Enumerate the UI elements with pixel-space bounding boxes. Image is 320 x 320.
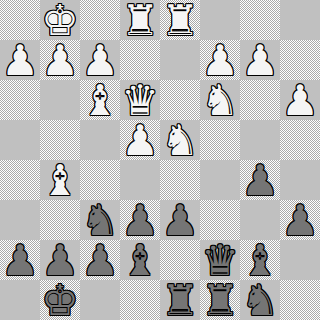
square-c3[interactable]: ♞ (200, 80, 240, 120)
black-pawn-piece[interactable]: ♟ (281, 200, 319, 242)
square-f3[interactable]: ♝ (80, 80, 120, 120)
square-d2[interactable] (160, 40, 200, 80)
square-f1[interactable] (80, 0, 120, 40)
square-e7[interactable]: ♝ (120, 240, 160, 280)
square-e5[interactable] (120, 160, 160, 200)
chess-board-window: ♚♜♜♟♟♟♟♟♝♛♞♟♟♞♝♟♞♟♟♟♟♟♟♝♛♝♚♜♜♞ (0, 0, 320, 320)
black-pawn-piece[interactable]: ♟ (81, 240, 119, 282)
square-e1[interactable]: ♜ (120, 0, 160, 40)
square-g2[interactable]: ♟ (40, 40, 80, 80)
chess-board: ♚♜♜♟♟♟♟♟♝♛♞♟♟♞♝♟♞♟♟♟♟♟♟♝♛♝♚♜♜♞ (0, 0, 320, 320)
square-f6[interactable]: ♞ (80, 200, 120, 240)
square-b3[interactable] (240, 80, 280, 120)
square-g4[interactable] (40, 120, 80, 160)
square-c2[interactable]: ♟ (200, 40, 240, 80)
square-g1[interactable]: ♚ (40, 0, 80, 40)
square-a8[interactable] (280, 280, 320, 320)
square-f2[interactable]: ♟ (80, 40, 120, 80)
square-a7[interactable] (280, 240, 320, 280)
white-knight-piece[interactable]: ♞ (201, 80, 239, 122)
square-h5[interactable] (0, 160, 40, 200)
square-e8[interactable] (120, 280, 160, 320)
square-a1[interactable] (280, 0, 320, 40)
square-d8[interactable]: ♜ (160, 280, 200, 320)
square-b2[interactable]: ♟ (240, 40, 280, 80)
square-d6[interactable]: ♟ (160, 200, 200, 240)
black-rook-piece[interactable]: ♜ (161, 280, 199, 320)
white-rook-piece[interactable]: ♜ (121, 0, 159, 42)
black-knight-piece[interactable]: ♞ (241, 280, 279, 320)
square-c8[interactable]: ♜ (200, 280, 240, 320)
black-pawn-piece[interactable]: ♟ (1, 240, 39, 282)
square-b4[interactable] (240, 120, 280, 160)
white-bishop-piece[interactable]: ♝ (81, 80, 119, 122)
white-pawn-piece[interactable]: ♟ (1, 40, 39, 82)
square-a2[interactable] (280, 40, 320, 80)
square-d5[interactable] (160, 160, 200, 200)
white-pawn-piece[interactable]: ♟ (41, 40, 79, 82)
square-b7[interactable]: ♝ (240, 240, 280, 280)
black-bishop-piece[interactable]: ♝ (121, 240, 159, 282)
white-pawn-piece[interactable]: ♟ (121, 120, 159, 162)
square-e6[interactable]: ♟ (120, 200, 160, 240)
white-pawn-piece[interactable]: ♟ (281, 80, 319, 122)
white-pawn-piece[interactable]: ♟ (241, 40, 279, 82)
square-d4[interactable]: ♞ (160, 120, 200, 160)
square-b6[interactable] (240, 200, 280, 240)
square-f5[interactable] (80, 160, 120, 200)
square-c7[interactable]: ♛ (200, 240, 240, 280)
black-king-piece[interactable]: ♚ (41, 280, 79, 320)
square-d3[interactable] (160, 80, 200, 120)
white-bishop-piece[interactable]: ♝ (41, 160, 79, 202)
square-h7[interactable]: ♟ (0, 240, 40, 280)
square-h1[interactable] (0, 0, 40, 40)
black-rook-piece[interactable]: ♜ (201, 280, 239, 320)
square-b1[interactable] (240, 0, 280, 40)
square-g7[interactable]: ♟ (40, 240, 80, 280)
square-g3[interactable] (40, 80, 80, 120)
white-knight-piece[interactable]: ♞ (161, 120, 199, 162)
square-e4[interactable]: ♟ (120, 120, 160, 160)
square-h6[interactable] (0, 200, 40, 240)
square-g8[interactable]: ♚ (40, 280, 80, 320)
square-e2[interactable] (120, 40, 160, 80)
square-e3[interactable]: ♛ (120, 80, 160, 120)
square-f8[interactable] (80, 280, 120, 320)
square-d7[interactable] (160, 240, 200, 280)
square-h8[interactable] (0, 280, 40, 320)
square-b5[interactable]: ♟ (240, 160, 280, 200)
square-c4[interactable] (200, 120, 240, 160)
square-f4[interactable] (80, 120, 120, 160)
square-c6[interactable] (200, 200, 240, 240)
square-h4[interactable] (0, 120, 40, 160)
square-g5[interactable]: ♝ (40, 160, 80, 200)
square-h3[interactable] (0, 80, 40, 120)
square-c5[interactable] (200, 160, 240, 200)
square-g6[interactable] (40, 200, 80, 240)
black-pawn-piece[interactable]: ♟ (241, 160, 279, 202)
black-pawn-piece[interactable]: ♟ (161, 200, 199, 242)
square-b8[interactable]: ♞ (240, 280, 280, 320)
square-d1[interactable]: ♜ (160, 0, 200, 40)
square-f7[interactable]: ♟ (80, 240, 120, 280)
square-h2[interactable]: ♟ (0, 40, 40, 80)
square-c1[interactable] (200, 0, 240, 40)
square-a4[interactable] (280, 120, 320, 160)
square-a6[interactable]: ♟ (280, 200, 320, 240)
square-a5[interactable] (280, 160, 320, 200)
white-rook-piece[interactable]: ♜ (161, 0, 199, 42)
square-a3[interactable]: ♟ (280, 80, 320, 120)
